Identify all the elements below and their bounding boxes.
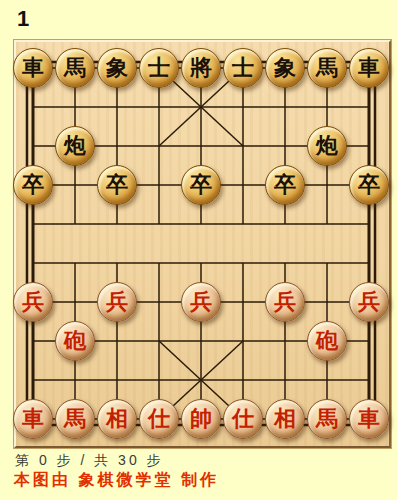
- piece-glyph: 相: [274, 407, 296, 429]
- piece-black-horse[interactable]: 馬: [55, 48, 95, 88]
- piece-red-soldier[interactable]: 兵: [265, 282, 305, 322]
- piece-glyph: 仕: [148, 407, 170, 429]
- piece-glyph: 馬: [64, 407, 86, 429]
- piece-glyph: 馬: [316, 407, 338, 429]
- piece-glyph: 車: [22, 407, 44, 429]
- piece-glyph: 將: [190, 56, 212, 78]
- piece-black-chariot[interactable]: 車: [13, 48, 53, 88]
- piece-glyph: 士: [148, 56, 170, 78]
- piece-black-soldier[interactable]: 卒: [97, 165, 137, 205]
- piece-red-cannon[interactable]: 砲: [55, 321, 95, 361]
- piece-glyph: 士: [232, 56, 254, 78]
- piece-glyph: 仕: [232, 407, 254, 429]
- piece-red-elephant[interactable]: 相: [97, 399, 137, 439]
- piece-glyph: 炮: [64, 134, 86, 156]
- piece-glyph: 卒: [274, 173, 296, 195]
- piece-black-soldier[interactable]: 卒: [265, 165, 305, 205]
- piece-glyph: 砲: [64, 329, 86, 351]
- piece-glyph: 帥: [190, 407, 212, 429]
- piece-red-soldier[interactable]: 兵: [97, 282, 137, 322]
- piece-black-cannon[interactable]: 炮: [307, 126, 347, 166]
- piece-glyph: 車: [358, 56, 380, 78]
- piece-black-soldier[interactable]: 卒: [13, 165, 53, 205]
- piece-red-soldier[interactable]: 兵: [181, 282, 221, 322]
- piece-glyph: 卒: [106, 173, 128, 195]
- piece-glyph: 象: [274, 56, 296, 78]
- piece-glyph: 兵: [274, 290, 296, 312]
- piece-glyph: 卒: [22, 173, 44, 195]
- credit-label: 本图由 象棋微学堂 制作: [14, 470, 219, 491]
- piece-red-soldier[interactable]: 兵: [13, 282, 53, 322]
- piece-red-chariot[interactable]: 車: [13, 399, 53, 439]
- piece-glyph: 砲: [316, 329, 338, 351]
- move-number-label: 1: [17, 6, 29, 32]
- piece-glyph: 兵: [22, 290, 44, 312]
- piece-red-horse[interactable]: 馬: [55, 399, 95, 439]
- piece-glyph: 車: [358, 407, 380, 429]
- piece-red-cannon[interactable]: 砲: [307, 321, 347, 361]
- piece-glyph: 馬: [316, 56, 338, 78]
- piece-black-advisor[interactable]: 士: [139, 48, 179, 88]
- piece-red-elephant[interactable]: 相: [265, 399, 305, 439]
- piece-glyph: 卒: [358, 173, 380, 195]
- piece-red-chariot[interactable]: 車: [349, 399, 389, 439]
- piece-black-soldier[interactable]: 卒: [349, 165, 389, 205]
- piece-black-cannon[interactable]: 炮: [55, 126, 95, 166]
- piece-black-general[interactable]: 將: [181, 48, 221, 88]
- piece-glyph: 兵: [190, 290, 212, 312]
- piece-red-advisor[interactable]: 仕: [139, 399, 179, 439]
- piece-black-elephant[interactable]: 象: [265, 48, 305, 88]
- piece-glyph: 相: [106, 407, 128, 429]
- piece-glyph: 馬: [64, 56, 86, 78]
- board-grid[interactable]: 車馬象士將士象馬車炮炮卒卒卒卒卒兵兵兵兵兵砲砲車馬相仕帥仕相馬車: [12, 48, 390, 438]
- piece-black-chariot[interactable]: 車: [349, 48, 389, 88]
- piece-black-horse[interactable]: 馬: [307, 48, 347, 88]
- piece-glyph: 炮: [316, 134, 338, 156]
- piece-black-elephant[interactable]: 象: [97, 48, 137, 88]
- piece-glyph: 象: [106, 56, 128, 78]
- piece-red-soldier[interactable]: 兵: [349, 282, 389, 322]
- xiangqi-board: 車馬象士將士象馬車炮炮卒卒卒卒卒兵兵兵兵兵砲砲車馬相仕帥仕相馬車: [14, 40, 391, 448]
- piece-glyph: 兵: [358, 290, 380, 312]
- piece-red-general[interactable]: 帥: [181, 399, 221, 439]
- piece-glyph: 卒: [190, 173, 212, 195]
- move-counter-label: 第 0 步 / 共 30 步: [15, 452, 164, 470]
- piece-black-soldier[interactable]: 卒: [181, 165, 221, 205]
- piece-red-horse[interactable]: 馬: [307, 399, 347, 439]
- piece-glyph: 車: [22, 56, 44, 78]
- piece-red-advisor[interactable]: 仕: [223, 399, 263, 439]
- piece-glyph: 兵: [106, 290, 128, 312]
- piece-black-advisor[interactable]: 士: [223, 48, 263, 88]
